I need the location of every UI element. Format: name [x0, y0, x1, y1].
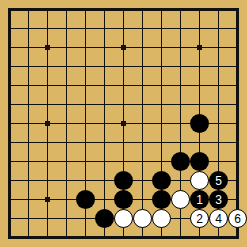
white-stone-move-4: 4	[209, 209, 228, 228]
white-stone-move-2: 2	[190, 209, 209, 228]
move-number-label: 5	[215, 175, 222, 187]
white-stone-move-6: 6	[228, 209, 247, 228]
move-number-label: 1	[196, 194, 203, 206]
board-margin-bottom	[0, 239, 247, 247]
move-number-label: 2	[196, 213, 203, 225]
black-stone	[114, 171, 133, 190]
black-stone	[114, 190, 133, 209]
black-stone	[76, 190, 95, 209]
black-stone	[95, 209, 114, 228]
white-stone	[190, 171, 209, 190]
black-stone-move-1: 1	[190, 190, 209, 209]
move-number-label: 3	[215, 194, 222, 206]
black-stone	[171, 152, 190, 171]
white-stone	[152, 209, 171, 228]
black-stone	[152, 171, 171, 190]
go-diagram: 135246	[0, 0, 247, 247]
board-margin-top	[0, 0, 247, 8]
black-stone-move-5: 5	[209, 171, 228, 190]
black-stone	[190, 114, 209, 133]
move-number-label: 6	[234, 213, 241, 225]
board-margin-left	[0, 0, 8, 247]
black-stone-move-3: 3	[209, 190, 228, 209]
black-stone	[152, 190, 171, 209]
black-stone	[190, 152, 209, 171]
white-stone	[133, 209, 152, 228]
move-number-label: 4	[215, 213, 222, 225]
white-stone	[171, 190, 190, 209]
white-stone	[114, 209, 133, 228]
